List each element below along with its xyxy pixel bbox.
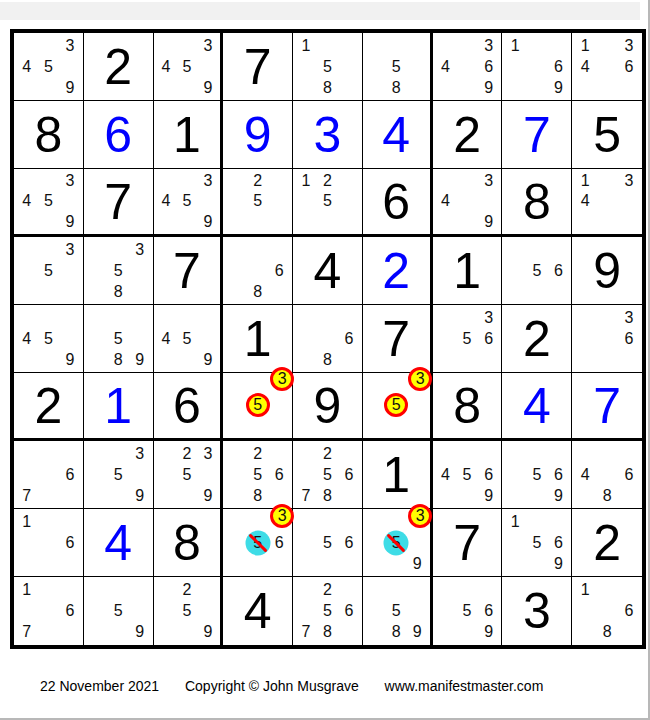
candidate: 6 bbox=[618, 600, 640, 621]
cell-r3c4[interactable]: 25 bbox=[223, 169, 293, 237]
solved-digit: 7 bbox=[502, 101, 571, 168]
cell-r7c1[interactable]: 67 bbox=[14, 441, 84, 509]
pencil-marks: 169 bbox=[504, 35, 569, 98]
candidate: 8 bbox=[247, 281, 269, 302]
cell-r3c7[interactable]: 349 bbox=[433, 169, 503, 237]
cell-r2c1[interactable]: 8 bbox=[14, 101, 84, 169]
cell-r6c7[interactable]: 8 bbox=[433, 373, 503, 441]
candidate: 5 bbox=[107, 260, 129, 281]
candidate: 6 bbox=[478, 464, 500, 485]
given-digit: 2 bbox=[433, 101, 502, 168]
cell-r1c8[interactable]: 169 bbox=[502, 33, 572, 101]
candidate: 5 bbox=[526, 260, 548, 281]
footer-copyright: Copyright © John Musgrave bbox=[185, 678, 359, 694]
given-digit: 6 bbox=[363, 169, 430, 234]
candidate: 9 bbox=[548, 553, 570, 574]
candidate: 9 bbox=[197, 212, 218, 232]
candidate: 6 bbox=[618, 464, 640, 485]
candidate-highlighted: 5 bbox=[386, 395, 407, 415]
pencil-marks: 589 bbox=[365, 579, 428, 643]
candidate: 2 bbox=[317, 443, 339, 464]
cell-r7c9[interactable]: 468 bbox=[572, 441, 642, 509]
cell-r4c2[interactable]: 358 bbox=[84, 237, 154, 305]
cell-r7c6[interactable]: 1 bbox=[363, 441, 433, 509]
candidate: 3 bbox=[59, 239, 81, 260]
given-digit: 2 bbox=[572, 509, 642, 576]
candidate: 1 bbox=[574, 579, 596, 600]
cell-r2c4[interactable]: 9 bbox=[223, 101, 293, 169]
candidate: 9 bbox=[548, 77, 570, 98]
candidate: 9 bbox=[197, 485, 218, 506]
candidate: 1 bbox=[16, 511, 38, 532]
pencil-marks: 459 bbox=[156, 307, 219, 370]
candidate: 5 bbox=[176, 328, 197, 349]
cell-r7c3[interactable]: 2359 bbox=[154, 441, 224, 509]
cell-r2c9[interactable]: 5 bbox=[572, 101, 642, 169]
pencil-marks: 68 bbox=[225, 239, 290, 302]
cell-r1c2[interactable]: 2 bbox=[84, 33, 154, 101]
candidate: 2 bbox=[247, 443, 269, 464]
cell-r2c8[interactable]: 7 bbox=[502, 101, 572, 169]
candidate-highlighted: 3 bbox=[272, 505, 294, 526]
footer-website: www.manifestmaster.com bbox=[385, 678, 544, 694]
candidate: 9 bbox=[197, 622, 218, 643]
cell-r7c2[interactable]: 359 bbox=[84, 441, 154, 509]
pencil-marks: 25678 bbox=[295, 443, 360, 506]
cell-r7c8[interactable]: 569 bbox=[502, 441, 572, 509]
candidate: 9 bbox=[129, 349, 151, 370]
candidate: 4 bbox=[156, 56, 177, 77]
cell-r9c2[interactable]: 59 bbox=[84, 577, 154, 645]
given-digit: 2 bbox=[502, 305, 571, 372]
given-digit: 9 bbox=[572, 237, 642, 304]
candidate: 8 bbox=[386, 77, 407, 98]
pencil-marks: 168 bbox=[574, 579, 640, 643]
given-digit: 2 bbox=[84, 33, 153, 100]
candidate: 3 bbox=[197, 443, 218, 464]
cell-r8c9[interactable]: 2 bbox=[572, 509, 642, 577]
pencil-marks: 58 bbox=[365, 35, 428, 98]
given-digit: 1 bbox=[154, 101, 221, 168]
candidate: 5 bbox=[317, 532, 339, 553]
candidate: 1 bbox=[504, 35, 526, 56]
pencil-marks: 468 bbox=[574, 443, 640, 506]
candidate: 3 bbox=[478, 35, 500, 56]
cell-r5c3[interactable]: 459 bbox=[154, 305, 224, 373]
candidate: 4 bbox=[574, 464, 596, 485]
pencil-marks: 359 bbox=[365, 511, 428, 574]
candidate: 9 bbox=[407, 622, 428, 643]
given-digit: 6 bbox=[154, 373, 221, 438]
candidate: 7 bbox=[16, 622, 38, 643]
cell-r5c1[interactable]: 459 bbox=[14, 305, 84, 373]
cell-r9c6[interactable]: 589 bbox=[363, 577, 433, 645]
cell-r8c3[interactable]: 8 bbox=[154, 509, 224, 577]
cell-r3c9[interactable]: 134 bbox=[572, 169, 642, 237]
candidate: 9 bbox=[407, 553, 428, 574]
pencil-marks: 3459 bbox=[16, 35, 81, 98]
cell-r8c8[interactable]: 1569 bbox=[502, 509, 572, 577]
cell-r4c6[interactable]: 2 bbox=[363, 237, 433, 305]
pencil-marks: 67 bbox=[16, 443, 81, 506]
candidate: 8 bbox=[247, 485, 269, 506]
pencil-marks: 569 bbox=[504, 443, 569, 506]
given-digit: 4 bbox=[223, 577, 292, 645]
cell-r6c4[interactable]: 35 bbox=[223, 373, 293, 441]
candidate: 6 bbox=[478, 328, 500, 349]
candidate: 4 bbox=[16, 56, 38, 77]
solved-digit: 9 bbox=[223, 101, 292, 168]
candidate: 6 bbox=[338, 328, 360, 349]
given-digit: 7 bbox=[223, 33, 292, 100]
cell-r1c5[interactable]: 158 bbox=[293, 33, 363, 101]
cell-r6c8[interactable]: 4 bbox=[502, 373, 572, 441]
cell-r5c5[interactable]: 68 bbox=[293, 305, 363, 373]
candidate: 5 bbox=[107, 600, 129, 621]
cell-r3c1[interactable]: 3459 bbox=[14, 169, 84, 237]
cell-r2c2[interactable]: 6 bbox=[84, 101, 154, 169]
candidate: 5 bbox=[176, 464, 197, 485]
candidate: 5 bbox=[317, 56, 339, 77]
pencil-marks: 349 bbox=[435, 171, 500, 232]
candidate: 4 bbox=[156, 191, 177, 211]
cell-r4c1[interactable]: 35 bbox=[14, 237, 84, 305]
candidate: 6 bbox=[478, 600, 500, 621]
cell-r3c2[interactable]: 7 bbox=[84, 169, 154, 237]
candidate: 6 bbox=[269, 532, 291, 553]
candidate: 8 bbox=[107, 349, 129, 370]
solved-digit: 2 bbox=[363, 237, 430, 304]
candidate: 9 bbox=[548, 485, 570, 506]
solved-digit: 4 bbox=[363, 101, 430, 168]
cell-r9c4[interactable]: 4 bbox=[223, 577, 293, 645]
candidate: 6 bbox=[269, 260, 291, 281]
pencil-marks: 35 bbox=[365, 375, 428, 436]
candidate: 6 bbox=[338, 600, 360, 621]
pencil-marks: 134 bbox=[574, 171, 640, 232]
pencil-marks: 25678 bbox=[295, 579, 360, 643]
cell-r5c7[interactable]: 356 bbox=[433, 305, 503, 373]
candidate: 3 bbox=[59, 35, 81, 56]
cell-r5c9[interactable]: 36 bbox=[572, 305, 642, 373]
cell-r1c7[interactable]: 3469 bbox=[433, 33, 503, 101]
candidate: 7 bbox=[16, 485, 38, 506]
candidate: 7 bbox=[295, 622, 317, 643]
solved-digit: 7 bbox=[572, 373, 642, 438]
cell-r8c6[interactable]: 359 bbox=[363, 509, 433, 577]
pencil-marks: 589 bbox=[86, 307, 151, 370]
given-digit: 5 bbox=[572, 101, 642, 168]
candidate: 1 bbox=[16, 579, 38, 600]
cell-r6c2[interactable]: 1 bbox=[84, 373, 154, 441]
cell-r5c6[interactable]: 7 bbox=[363, 305, 433, 373]
given-digit: 8 bbox=[433, 373, 502, 438]
cell-r4c7[interactable]: 1 bbox=[433, 237, 503, 305]
candidate: 8 bbox=[317, 485, 339, 506]
pencil-marks: 36 bbox=[574, 307, 640, 370]
pencil-marks: 56 bbox=[295, 511, 360, 574]
candidate: 5 bbox=[456, 328, 478, 349]
candidate: 5 bbox=[526, 532, 548, 553]
cell-r5c8[interactable]: 2 bbox=[502, 305, 572, 373]
candidate: 6 bbox=[478, 56, 500, 77]
candidate: 5 bbox=[176, 56, 197, 77]
cell-r4c4[interactable]: 68 bbox=[223, 237, 293, 305]
pencil-marks: 569 bbox=[435, 579, 500, 643]
candidate: 5 bbox=[107, 328, 129, 349]
cell-r2c6[interactable]: 4 bbox=[363, 101, 433, 169]
pencil-marks: 35 bbox=[225, 375, 290, 436]
candidate: 3 bbox=[59, 171, 81, 191]
solved-digit: 3 bbox=[293, 101, 362, 168]
candidate: 2 bbox=[317, 171, 339, 191]
pencil-marks: 125 bbox=[295, 171, 360, 232]
given-digit: 3 bbox=[502, 577, 571, 645]
pencil-marks: 1346 bbox=[574, 35, 640, 98]
candidate-eliminated: 5 bbox=[386, 532, 407, 553]
candidate: 1 bbox=[574, 35, 596, 56]
pencil-marks: 2359 bbox=[156, 443, 219, 506]
candidate: 5 bbox=[386, 56, 407, 77]
candidate: 4 bbox=[574, 191, 596, 211]
cell-r8c1[interactable]: 16 bbox=[14, 509, 84, 577]
candidate: 1 bbox=[295, 35, 317, 56]
candidate: 4 bbox=[16, 191, 38, 211]
cell-r6c6[interactable]: 35 bbox=[363, 373, 433, 441]
candidate-highlighted: 3 bbox=[410, 369, 431, 389]
cell-r9c3[interactable]: 259 bbox=[154, 577, 224, 645]
cell-r6c1[interactable]: 2 bbox=[14, 373, 84, 441]
sudoku-grid[interactable]: 3459234597158583469169134686193427534597… bbox=[10, 29, 646, 649]
candidate: 3 bbox=[197, 171, 218, 191]
pencil-marks: 56 bbox=[504, 239, 569, 302]
cell-r1c4[interactable]: 7 bbox=[223, 33, 293, 101]
solved-digit: 1 bbox=[84, 373, 153, 438]
candidate: 8 bbox=[596, 485, 618, 506]
given-digit: 1 bbox=[433, 237, 502, 304]
cell-r1c1[interactable]: 3459 bbox=[14, 33, 84, 101]
candidate: 6 bbox=[548, 464, 570, 485]
candidate: 5 bbox=[247, 191, 269, 211]
cell-r7c7[interactable]: 4569 bbox=[433, 441, 503, 509]
candidate: 9 bbox=[197, 77, 218, 98]
candidate-highlighted: 3 bbox=[272, 369, 294, 389]
candidate: 4 bbox=[435, 464, 457, 485]
candidate: 4 bbox=[435, 191, 457, 211]
candidate: 9 bbox=[478, 485, 500, 506]
candidate: 5 bbox=[176, 600, 197, 621]
candidate: 6 bbox=[338, 464, 360, 485]
solved-digit: 4 bbox=[84, 509, 153, 576]
candidate: 5 bbox=[38, 191, 60, 211]
given-digit: 7 bbox=[363, 305, 430, 372]
given-digit: 7 bbox=[84, 169, 153, 234]
candidate: 5 bbox=[38, 260, 60, 281]
candidate: 8 bbox=[596, 622, 618, 643]
given-digit: 1 bbox=[363, 441, 430, 508]
candidate: 6 bbox=[59, 532, 81, 553]
pencil-marks: 1569 bbox=[504, 511, 569, 574]
cell-r1c3[interactable]: 3459 bbox=[154, 33, 224, 101]
given-digit: 4 bbox=[293, 237, 362, 304]
candidate: 5 bbox=[456, 464, 478, 485]
cell-r4c8[interactable]: 56 bbox=[502, 237, 572, 305]
given-digit: 2 bbox=[14, 373, 83, 438]
candidate: 8 bbox=[317, 622, 339, 643]
pencil-marks: 25 bbox=[225, 171, 290, 232]
candidate: 4 bbox=[16, 328, 38, 349]
pencil-marks: 3469 bbox=[435, 35, 500, 98]
given-digit: 8 bbox=[154, 509, 221, 576]
cell-r1c9[interactable]: 1346 bbox=[572, 33, 642, 101]
candidate: 4 bbox=[156, 328, 177, 349]
pencil-marks: 4569 bbox=[435, 443, 500, 506]
candidate: 8 bbox=[317, 77, 339, 98]
candidate-highlighted: 3 bbox=[410, 505, 431, 526]
cell-r6c9[interactable]: 7 bbox=[572, 373, 642, 441]
cell-r6c3[interactable]: 6 bbox=[154, 373, 224, 441]
cell-r7c5[interactable]: 25678 bbox=[293, 441, 363, 509]
candidate: 9 bbox=[478, 622, 500, 643]
candidate: 5 bbox=[317, 191, 339, 211]
candidate: 7 bbox=[295, 485, 317, 506]
candidate: 6 bbox=[548, 56, 570, 77]
pencil-marks: 3459 bbox=[156, 35, 219, 98]
candidate: 5 bbox=[526, 464, 548, 485]
cell-r8c4[interactable]: 356 bbox=[223, 509, 293, 577]
given-digit: 8 bbox=[502, 169, 571, 234]
cell-r5c2[interactable]: 589 bbox=[84, 305, 154, 373]
candidate: 2 bbox=[317, 579, 339, 600]
cell-r6c5[interactable]: 9 bbox=[293, 373, 363, 441]
given-digit: 8 bbox=[14, 101, 83, 168]
pencil-marks: 2568 bbox=[225, 443, 290, 506]
candidate: 9 bbox=[59, 349, 81, 370]
cell-r9c8[interactable]: 3 bbox=[502, 577, 572, 645]
pencil-marks: 259 bbox=[156, 579, 219, 643]
pencil-marks: 35 bbox=[16, 239, 81, 302]
candidate: 3 bbox=[618, 307, 640, 328]
cell-r8c7[interactable]: 7 bbox=[433, 509, 503, 577]
candidate: 2 bbox=[176, 443, 197, 464]
pencil-marks: 358 bbox=[86, 239, 151, 302]
cell-r5c4[interactable]: 1 bbox=[223, 305, 293, 373]
cell-r2c3[interactable]: 1 bbox=[154, 101, 224, 169]
candidate: 2 bbox=[247, 171, 269, 191]
cell-r8c2[interactable]: 4 bbox=[84, 509, 154, 577]
candidate: 9 bbox=[129, 622, 151, 643]
pencil-marks: 3459 bbox=[156, 171, 219, 232]
footer-date: 22 November 2021 bbox=[40, 678, 159, 694]
given-digit: 7 bbox=[154, 237, 221, 304]
candidate: 1 bbox=[574, 171, 596, 191]
candidate: 8 bbox=[107, 281, 129, 302]
candidate: 2 bbox=[176, 579, 197, 600]
candidate: 8 bbox=[386, 622, 407, 643]
candidate: 6 bbox=[59, 464, 81, 485]
candidate: 6 bbox=[269, 464, 291, 485]
pencil-marks: 3459 bbox=[16, 171, 81, 232]
candidate: 8 bbox=[317, 349, 339, 370]
cell-r3c6[interactable]: 6 bbox=[363, 169, 433, 237]
pencil-marks: 356 bbox=[435, 307, 500, 370]
top-band bbox=[0, 2, 640, 20]
candidate: 6 bbox=[59, 600, 81, 621]
cell-r9c5[interactable]: 25678 bbox=[293, 577, 363, 645]
pencil-marks: 167 bbox=[16, 579, 81, 643]
candidate: 5 bbox=[456, 600, 478, 621]
candidate: 3 bbox=[478, 171, 500, 191]
candidate: 3 bbox=[197, 35, 218, 56]
cell-r4c5[interactable]: 4 bbox=[293, 237, 363, 305]
cell-r1c6[interactable]: 58 bbox=[363, 33, 433, 101]
candidate: 4 bbox=[435, 56, 457, 77]
pencil-marks: 359 bbox=[86, 443, 151, 506]
candidate: 5 bbox=[176, 191, 197, 211]
solved-digit: 4 bbox=[502, 373, 571, 438]
candidate: 1 bbox=[295, 171, 317, 191]
cell-r7c4[interactable]: 2568 bbox=[223, 441, 293, 509]
candidate: 9 bbox=[478, 77, 500, 98]
candidate: 9 bbox=[197, 349, 218, 370]
given-digit: 1 bbox=[223, 305, 292, 372]
candidate: 5 bbox=[247, 464, 269, 485]
cell-r4c9[interactable]: 9 bbox=[572, 237, 642, 305]
candidate: 9 bbox=[59, 77, 81, 98]
cell-r3c3[interactable]: 3459 bbox=[154, 169, 224, 237]
candidate: 5 bbox=[317, 600, 339, 621]
candidate: 9 bbox=[478, 212, 500, 232]
candidate: 3 bbox=[129, 239, 151, 260]
candidate: 6 bbox=[548, 260, 570, 281]
cell-r8c5[interactable]: 56 bbox=[293, 509, 363, 577]
candidate: 6 bbox=[338, 532, 360, 553]
cell-r9c9[interactable]: 168 bbox=[572, 577, 642, 645]
candidate: 5 bbox=[38, 56, 60, 77]
cell-r2c7[interactable]: 2 bbox=[433, 101, 503, 169]
cell-r3c5[interactable]: 125 bbox=[293, 169, 363, 237]
candidate: 5 bbox=[107, 464, 129, 485]
given-digit: 7 bbox=[433, 509, 502, 576]
cell-r3c8[interactable]: 8 bbox=[502, 169, 572, 237]
candidate: 5 bbox=[317, 464, 339, 485]
candidate: 3 bbox=[129, 443, 151, 464]
pencil-marks: 16 bbox=[16, 511, 81, 574]
candidate: 5 bbox=[386, 600, 407, 621]
pencil-marks: 356 bbox=[225, 511, 290, 574]
candidate-highlighted: 5 bbox=[247, 395, 269, 415]
candidate: 9 bbox=[59, 212, 81, 232]
pencil-marks: 158 bbox=[295, 35, 360, 98]
candidate-eliminated: 5 bbox=[247, 532, 269, 553]
candidate: 9 bbox=[129, 485, 151, 506]
candidate: 1 bbox=[504, 511, 526, 532]
cell-r4c3[interactable]: 7 bbox=[154, 237, 224, 305]
pencil-marks: 459 bbox=[16, 307, 81, 370]
candidate: 6 bbox=[618, 328, 640, 349]
candidate: 6 bbox=[618, 56, 640, 77]
candidate: 4 bbox=[574, 56, 596, 77]
candidate: 3 bbox=[618, 35, 640, 56]
pencil-marks: 59 bbox=[86, 579, 151, 643]
page: { "game": "sudoku", "position": ".2.7...… bbox=[0, 0, 650, 720]
cell-r2c5[interactable]: 3 bbox=[293, 101, 363, 169]
cell-r9c7[interactable]: 569 bbox=[433, 577, 503, 645]
candidate: 5 bbox=[38, 328, 60, 349]
cell-r9c1[interactable]: 167 bbox=[14, 577, 84, 645]
solved-digit: 6 bbox=[84, 101, 153, 168]
given-digit: 9 bbox=[293, 373, 362, 438]
